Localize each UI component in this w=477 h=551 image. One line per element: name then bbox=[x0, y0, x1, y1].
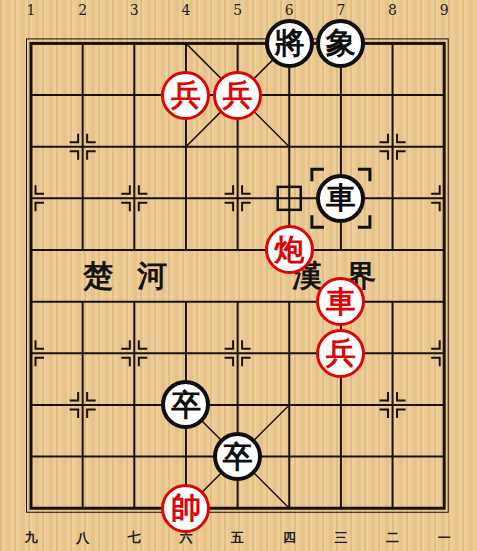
piece-red-cannon[interactable]: 炮 bbox=[265, 225, 314, 274]
pieces-layer: 將象兵兵車炮車兵卒卒帥 bbox=[5, 18, 470, 534]
piece-red-soldier[interactable]: 兵 bbox=[316, 329, 365, 378]
piece-black-elephant[interactable]: 象 bbox=[316, 19, 365, 68]
piece-red-soldier[interactable]: 兵 bbox=[213, 71, 262, 120]
piece-red-chariot[interactable]: 車 bbox=[316, 277, 365, 326]
piece-black-chariot[interactable]: 車 bbox=[316, 174, 365, 223]
piece-black-soldier[interactable]: 卒 bbox=[213, 432, 262, 481]
xiangqi-board: 123456789 九八七六五四三二一 楚河 漢界 將象兵兵車炮車兵卒卒帥 bbox=[0, 0, 477, 551]
piece-black-soldier[interactable]: 卒 bbox=[161, 380, 210, 429]
piece-black-general[interactable]: 將 bbox=[265, 19, 314, 68]
piece-red-soldier[interactable]: 兵 bbox=[161, 71, 210, 120]
piece-red-general[interactable]: 帥 bbox=[161, 484, 210, 533]
